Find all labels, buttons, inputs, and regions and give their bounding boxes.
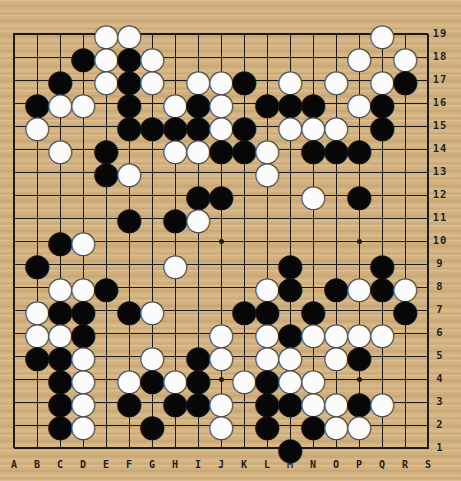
row-label-2: 2 [430, 418, 450, 431]
intersection-N10[interactable] [302, 230, 325, 253]
black-stone-F15: ● [118, 115, 141, 138]
intersection-B19[interactable] [26, 23, 49, 46]
black-stone-B5: ● [26, 345, 49, 368]
white-stone-C16: ● [49, 92, 72, 115]
intersection-F7[interactable]: ● [118, 299, 141, 322]
row-label-17: 17 [430, 73, 450, 86]
black-stone-M8: ● [279, 276, 302, 299]
column-label-F: F [122, 458, 136, 471]
black-stone-L2: ● [256, 414, 279, 437]
intersection-L13[interactable]: ● [256, 161, 279, 184]
intersection-I8[interactable] [187, 276, 210, 299]
row-label-9: 9 [430, 257, 450, 270]
intersection-H3[interactable]: ● [164, 391, 187, 414]
white-stone-O2: ● [325, 414, 348, 437]
intersection-R12[interactable] [394, 184, 417, 207]
column-label-N: N [306, 458, 320, 471]
white-stone-P8: ● [348, 276, 371, 299]
black-stone-G15: ● [141, 115, 164, 138]
intersection-P12[interactable]: ● [348, 184, 371, 207]
intersection-P14[interactable]: ● [348, 138, 371, 161]
intersection-O5[interactable]: ● [325, 345, 348, 368]
black-stone-P5: ● [348, 345, 371, 368]
intersection-P2[interactable]: ● [348, 414, 371, 437]
intersection-D2[interactable]: ● [72, 414, 95, 437]
intersection-C16[interactable]: ● [49, 92, 72, 115]
column-label-K: K [237, 458, 251, 471]
intersection-O8[interactable]: ● [325, 276, 348, 299]
intersection-G4[interactable]: ● [141, 368, 164, 391]
intersection-B18[interactable] [26, 46, 49, 69]
intersection-G13[interactable] [141, 161, 164, 184]
intersection-A14[interactable] [3, 138, 26, 161]
black-stone-P14: ● [348, 138, 371, 161]
white-stone-C14: ● [49, 138, 72, 161]
intersection-B9[interactable]: ● [26, 253, 49, 276]
black-stone-Q8: ● [371, 276, 394, 299]
intersection-N18[interactable] [302, 46, 325, 69]
intersection-K11[interactable] [233, 207, 256, 230]
intersection-F13[interactable]: ● [118, 161, 141, 184]
intersection-P5[interactable]: ● [348, 345, 371, 368]
intersection-M12[interactable] [279, 184, 302, 207]
intersection-B12[interactable] [26, 184, 49, 207]
intersection-B13[interactable] [26, 161, 49, 184]
star-point-J4 [219, 377, 224, 382]
intersection-A15[interactable] [3, 115, 26, 138]
white-stone-K4: ● [233, 368, 256, 391]
intersection-Q6[interactable]: ● [371, 322, 394, 345]
white-stone-G7: ● [141, 299, 164, 322]
column-label-D: D [76, 458, 90, 471]
column-label-R: R [398, 458, 412, 471]
intersection-A12[interactable] [3, 184, 26, 207]
black-stone-R17: ● [394, 69, 417, 92]
intersection-A10[interactable] [3, 230, 26, 253]
intersection-K12[interactable] [233, 184, 256, 207]
intersection-Q13[interactable] [371, 161, 394, 184]
intersection-D13[interactable] [72, 161, 95, 184]
intersection-C19[interactable] [49, 23, 72, 46]
black-stone-H3: ● [164, 391, 187, 414]
intersection-A13[interactable] [3, 161, 26, 184]
black-stone-J12: ● [210, 184, 233, 207]
intersection-O12[interactable] [325, 184, 348, 207]
black-stone-F3: ● [118, 391, 141, 414]
black-stone-J14: ● [210, 138, 233, 161]
black-stone-M3: ● [279, 391, 302, 414]
white-stone-F13: ● [118, 161, 141, 184]
intersection-N6[interactable]: ● [302, 322, 325, 345]
intersection-H19[interactable] [164, 23, 187, 46]
black-stone-M1: ● [279, 437, 302, 460]
intersection-K9[interactable] [233, 253, 256, 276]
row-label-8: 8 [430, 280, 450, 293]
intersection-M3[interactable]: ● [279, 391, 302, 414]
black-stone-C2: ● [49, 414, 72, 437]
intersection-M1[interactable]: ● [279, 437, 302, 460]
intersection-K14[interactable]: ● [233, 138, 256, 161]
star-point-J10 [219, 239, 224, 244]
white-stone-M15: ● [279, 115, 302, 138]
intersection-L18[interactable] [256, 46, 279, 69]
intersection-C2[interactable]: ● [49, 414, 72, 437]
black-stone-N2: ● [302, 414, 325, 437]
white-stone-B15: ● [26, 115, 49, 138]
column-label-J: J [214, 458, 228, 471]
intersection-J14[interactable]: ● [210, 138, 233, 161]
intersection-H1[interactable] [164, 437, 187, 460]
intersection-R13[interactable] [394, 161, 417, 184]
white-stone-I11: ● [187, 207, 210, 230]
white-stone-G17: ● [141, 69, 164, 92]
intersection-R10[interactable] [394, 230, 417, 253]
row-label-4: 4 [430, 372, 450, 385]
intersection-P16[interactable]: ● [348, 92, 371, 115]
intersection-E6[interactable] [95, 322, 118, 345]
intersection-F3[interactable]: ● [118, 391, 141, 414]
intersection-L19[interactable] [256, 23, 279, 46]
intersection-A1[interactable] [3, 437, 26, 460]
column-label-G: G [145, 458, 159, 471]
intersection-D18[interactable]: ● [72, 46, 95, 69]
intersection-Q3[interactable]: ● [371, 391, 394, 414]
row-label-13: 13 [430, 165, 450, 178]
intersection-C10[interactable]: ● [49, 230, 72, 253]
white-stone-D2: ● [72, 414, 95, 437]
intersection-F1[interactable] [118, 437, 141, 460]
intersection-P10[interactable] [348, 230, 371, 253]
row-label-5: 5 [430, 349, 450, 362]
intersection-A5[interactable] [3, 345, 26, 368]
intersection-J8[interactable] [210, 276, 233, 299]
intersection-E13[interactable]: ● [95, 161, 118, 184]
white-stone-Q6: ● [371, 322, 394, 345]
white-stone-N6: ● [302, 322, 325, 345]
intersection-B2[interactable] [26, 414, 49, 437]
black-stone-G2: ● [141, 414, 164, 437]
intersection-N12[interactable]: ● [302, 184, 325, 207]
intersection-R7[interactable]: ● [394, 299, 417, 322]
intersection-B3[interactable] [26, 391, 49, 414]
intersection-R5[interactable] [394, 345, 417, 368]
intersection-Q12[interactable] [371, 184, 394, 207]
column-label-C: C [53, 458, 67, 471]
intersection-N9[interactable] [302, 253, 325, 276]
intersection-Q19[interactable]: ● [371, 23, 394, 46]
intersection-O11[interactable] [325, 207, 348, 230]
intersection-A16[interactable] [3, 92, 26, 115]
intersection-O14[interactable]: ● [325, 138, 348, 161]
intersection-J5[interactable]: ● [210, 345, 233, 368]
intersection-B15[interactable]: ● [26, 115, 49, 138]
intersection-G15[interactable]: ● [141, 115, 164, 138]
intersection-K7[interactable]: ● [233, 299, 256, 322]
intersection-M15[interactable]: ● [279, 115, 302, 138]
white-stone-Q19: ● [371, 23, 394, 46]
row-label-6: 6 [430, 326, 450, 339]
intersection-P18[interactable]: ● [348, 46, 371, 69]
intersection-A2[interactable] [3, 414, 26, 437]
black-stone-R7: ● [394, 299, 417, 322]
intersection-A11[interactable] [3, 207, 26, 230]
intersection-H11[interactable]: ● [164, 207, 187, 230]
intersection-R2[interactable] [394, 414, 417, 437]
white-stone-O5: ● [325, 345, 348, 368]
row-label-1: 1 [430, 441, 450, 454]
black-stone-K14: ● [233, 138, 256, 161]
white-stone-O17: ● [325, 69, 348, 92]
intersection-B5[interactable]: ● [26, 345, 49, 368]
go-game-screenshot: ●●●●●●●●●●●●●●●●●●●●●●●●●●●●●●●●●●●●●●●●… [0, 0, 461, 481]
intersection-L10[interactable] [256, 230, 279, 253]
row-label-16: 16 [430, 96, 450, 109]
intersection-E1[interactable] [95, 437, 118, 460]
intersection-G9[interactable] [141, 253, 164, 276]
white-stone-I14: ● [187, 138, 210, 161]
column-label-B: B [30, 458, 44, 471]
intersection-M11[interactable] [279, 207, 302, 230]
intersection-Q11[interactable] [371, 207, 394, 230]
white-stone-P18: ● [348, 46, 371, 69]
white-stone-J2: ● [210, 414, 233, 437]
column-label-I: I [191, 458, 205, 471]
intersection-F11[interactable]: ● [118, 207, 141, 230]
intersection-Q15[interactable]: ● [371, 115, 394, 138]
intersection-G11[interactable] [141, 207, 164, 230]
intersection-A3[interactable] [3, 391, 26, 414]
black-stone-D18: ● [72, 46, 95, 69]
intersection-C12[interactable] [49, 184, 72, 207]
intersection-K10[interactable] [233, 230, 256, 253]
intersection-J10[interactable] [210, 230, 233, 253]
intersection-A6[interactable] [3, 322, 26, 345]
black-stone-N14: ● [302, 138, 325, 161]
intersection-A8[interactable] [3, 276, 26, 299]
black-stone-K17: ● [233, 69, 256, 92]
intersection-K19[interactable] [233, 23, 256, 46]
intersection-G7[interactable]: ● [141, 299, 164, 322]
row-label-11: 11 [430, 211, 450, 224]
intersection-I7[interactable] [187, 299, 210, 322]
intersection-E4[interactable] [95, 368, 118, 391]
intersection-H6[interactable] [164, 322, 187, 345]
intersection-J12[interactable]: ● [210, 184, 233, 207]
intersection-R14[interactable] [394, 138, 417, 161]
intersection-J19[interactable] [210, 23, 233, 46]
intersection-D10[interactable]: ● [72, 230, 95, 253]
intersection-N14[interactable]: ● [302, 138, 325, 161]
intersection-G10[interactable] [141, 230, 164, 253]
intersection-B11[interactable] [26, 207, 49, 230]
intersection-E8[interactable]: ● [95, 276, 118, 299]
intersection-R3[interactable] [394, 391, 417, 414]
black-stone-E13: ● [95, 161, 118, 184]
white-stone-H9: ● [164, 253, 187, 276]
intersection-K1[interactable] [233, 437, 256, 460]
intersection-L2[interactable]: ● [256, 414, 279, 437]
intersection-J9[interactable] [210, 253, 233, 276]
intersection-A17[interactable] [3, 69, 26, 92]
intersection-E2[interactable] [95, 414, 118, 437]
black-stone-H11: ● [164, 207, 187, 230]
intersection-E5[interactable] [95, 345, 118, 368]
intersection-R15[interactable] [394, 115, 417, 138]
black-stone-O14: ● [325, 138, 348, 161]
white-stone-H14: ● [164, 138, 187, 161]
black-stone-P12: ● [348, 184, 371, 207]
row-label-19: 19 [430, 27, 450, 40]
intersection-R4[interactable] [394, 368, 417, 391]
column-label-P: P [352, 458, 366, 471]
black-stone-Q15: ● [371, 115, 394, 138]
black-stone-C10: ● [49, 230, 72, 253]
intersection-D12[interactable] [72, 184, 95, 207]
intersection-Q8[interactable]: ● [371, 276, 394, 299]
row-label-10: 10 [430, 234, 450, 247]
intersection-A19[interactable] [3, 23, 26, 46]
intersection-J2[interactable]: ● [210, 414, 233, 437]
intersection-K17[interactable]: ● [233, 69, 256, 92]
intersection-A18[interactable] [3, 46, 26, 69]
row-label-3: 3 [430, 395, 450, 408]
intersection-G2[interactable]: ● [141, 414, 164, 437]
intersection-N2[interactable]: ● [302, 414, 325, 437]
black-stone-I3: ● [187, 391, 210, 414]
black-stone-F7: ● [118, 299, 141, 322]
intersection-O19[interactable] [325, 23, 348, 46]
white-stone-P2: ● [348, 414, 371, 437]
intersection-I1[interactable] [187, 437, 210, 460]
column-label-O: O [329, 458, 343, 471]
row-label-12: 12 [430, 188, 450, 201]
black-stone-E8: ● [95, 276, 118, 299]
star-point-P10 [357, 239, 362, 244]
intersection-G17[interactable]: ● [141, 69, 164, 92]
intersection-I11[interactable]: ● [187, 207, 210, 230]
intersection-H18[interactable] [164, 46, 187, 69]
intersection-E10[interactable] [95, 230, 118, 253]
column-label-Q: Q [375, 458, 389, 471]
intersection-Q1[interactable] [371, 437, 394, 460]
intersection-L11[interactable] [256, 207, 279, 230]
column-label-S: S [421, 458, 435, 471]
white-stone-L13: ● [256, 161, 279, 184]
intersection-O17[interactable]: ● [325, 69, 348, 92]
black-stone-L16: ● [256, 92, 279, 115]
intersection-C14[interactable]: ● [49, 138, 72, 161]
intersection-G12[interactable] [141, 184, 164, 207]
intersection-R11[interactable] [394, 207, 417, 230]
intersection-D14[interactable] [72, 138, 95, 161]
row-label-14: 14 [430, 142, 450, 155]
intersection-O10[interactable] [325, 230, 348, 253]
row-label-7: 7 [430, 303, 450, 316]
intersection-R1[interactable] [394, 437, 417, 460]
intersection-I19[interactable] [187, 23, 210, 46]
intersection-I14[interactable]: ● [187, 138, 210, 161]
white-stone-D10: ● [72, 230, 95, 253]
intersection-H14[interactable]: ● [164, 138, 187, 161]
intersection-E17[interactable]: ● [95, 69, 118, 92]
intersection-H7[interactable] [164, 299, 187, 322]
intersection-E11[interactable] [95, 207, 118, 230]
white-stone-E17: ● [95, 69, 118, 92]
white-stone-P16: ● [348, 92, 371, 115]
star-point-P4 [357, 377, 362, 382]
go-board-grid: ●●●●●●●●●●●●●●●●●●●●●●●●●●●●●●●●●●●●●●●●… [3, 23, 440, 460]
white-stone-J5: ● [210, 345, 233, 368]
white-stone-N12: ● [302, 184, 325, 207]
intersection-F9[interactable] [118, 253, 141, 276]
row-label-18: 18 [430, 50, 450, 63]
intersection-F15[interactable]: ● [118, 115, 141, 138]
intersection-A7[interactable] [3, 299, 26, 322]
intersection-M13[interactable] [279, 161, 302, 184]
intersection-I9[interactable] [187, 253, 210, 276]
intersection-M19[interactable] [279, 23, 302, 46]
column-label-H: H [168, 458, 182, 471]
intersection-L16[interactable]: ● [256, 92, 279, 115]
intersection-D16[interactable]: ● [72, 92, 95, 115]
column-label-E: E [99, 458, 113, 471]
black-stone-F11: ● [118, 207, 141, 230]
column-label-A: A [7, 458, 21, 471]
intersection-A9[interactable] [3, 253, 26, 276]
intersection-H9[interactable]: ● [164, 253, 187, 276]
intersection-N19[interactable] [302, 23, 325, 46]
intersection-K2[interactable] [233, 414, 256, 437]
intersection-P8[interactable]: ● [348, 276, 371, 299]
intersection-A4[interactable] [3, 368, 26, 391]
intersection-O2[interactable]: ● [325, 414, 348, 437]
intersection-E3[interactable] [95, 391, 118, 414]
row-label-15: 15 [430, 119, 450, 132]
intersection-R17[interactable]: ● [394, 69, 417, 92]
intersection-M8[interactable]: ● [279, 276, 302, 299]
intersection-K4[interactable]: ● [233, 368, 256, 391]
white-stone-Q3: ● [371, 391, 394, 414]
intersection-B1[interactable] [26, 437, 49, 460]
intersection-I3[interactable]: ● [187, 391, 210, 414]
white-stone-D16: ● [72, 92, 95, 115]
black-stone-B9: ● [26, 253, 49, 276]
black-stone-O8: ● [325, 276, 348, 299]
black-stone-K7: ● [233, 299, 256, 322]
black-stone-G4: ● [141, 368, 164, 391]
column-label-L: L [260, 458, 274, 471]
